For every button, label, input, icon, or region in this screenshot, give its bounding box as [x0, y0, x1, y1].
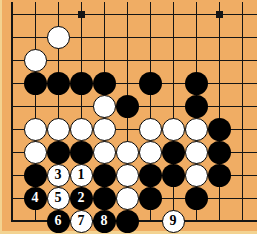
move-5-stone-white-c3r9: 5	[47, 187, 70, 210]
stone-white-c4r6	[70, 118, 93, 141]
stone-black-c3r7	[47, 141, 70, 164]
stone-white-c8r6	[162, 118, 185, 141]
move-number-label: 4	[32, 191, 39, 205]
stone-black-c9r4	[185, 72, 208, 95]
grid-vline-8	[173, 2, 174, 222]
move-6-stone-black-c3r10: 6	[47, 210, 70, 233]
move-number-label: 3	[55, 168, 62, 182]
left-edge-highlight	[0, 0, 2, 234]
stone-white-c2r7	[24, 141, 47, 164]
move-2-stone-black-c4r9: 2	[70, 187, 93, 210]
move-number-label: 5	[55, 191, 62, 205]
stone-white-c3r6	[47, 118, 70, 141]
move-number-label: 1	[78, 168, 85, 182]
move-8-stone-black-c5r10: 8	[93, 210, 116, 233]
stone-black-c10r7	[208, 141, 231, 164]
move-number-label: 7	[78, 214, 85, 228]
move-number-label: 8	[101, 214, 108, 228]
stone-black-c6r10	[116, 210, 139, 233]
star-point	[78, 11, 85, 18]
stone-white-c6r9	[116, 187, 139, 210]
stone-white-c2r6	[24, 118, 47, 141]
stone-black-c4r4	[70, 72, 93, 95]
grid-vline-10	[219, 2, 220, 222]
stone-black-c5r9	[93, 187, 116, 210]
stone-black-c3r4	[47, 72, 70, 95]
stone-black-c4r7	[70, 141, 93, 164]
stone-white-c9r8	[185, 164, 208, 187]
stone-black-c8r7	[162, 141, 185, 164]
stone-white-c5r6	[93, 118, 116, 141]
stone-white-c6r8	[116, 164, 139, 187]
stone-black-c9r5	[185, 95, 208, 118]
stone-white-c6r7	[116, 141, 139, 164]
stone-white-c3r2	[47, 26, 70, 49]
move-3-stone-white-c3r8: 3	[47, 164, 70, 187]
stone-black-c9r9	[185, 187, 208, 210]
move-4-stone-black-c2r9: 4	[24, 187, 47, 210]
grid-vline-11	[242, 2, 243, 222]
stone-black-c2r4	[24, 72, 47, 95]
stone-black-c10r8	[208, 164, 231, 187]
stone-black-c7r4	[139, 72, 162, 95]
move-7-stone-white-c4r10: 7	[70, 210, 93, 233]
stone-white-c5r5	[93, 95, 116, 118]
stone-black-c10r6	[208, 118, 231, 141]
move-number-label: 6	[55, 214, 62, 228]
move-9-stone-white-c8r10: 9	[162, 210, 185, 233]
stone-black-c7r8	[139, 164, 162, 187]
move-number-label: 2	[78, 191, 85, 205]
stone-black-c2r8	[24, 164, 47, 187]
stone-black-c5r8	[93, 164, 116, 187]
move-number-label: 9	[170, 214, 177, 228]
move-1-stone-white-c4r8: 1	[70, 164, 93, 187]
star-point	[216, 11, 223, 18]
stone-black-c5r4	[93, 72, 116, 95]
stone-black-c6r5	[116, 95, 139, 118]
stone-white-c2r3	[24, 49, 47, 72]
stone-white-c5r7	[93, 141, 116, 164]
go-diagram: 314526789	[0, 0, 257, 234]
stone-white-c9r6	[185, 118, 208, 141]
grid-vline-1	[11, 2, 13, 222]
stone-white-c7r6	[139, 118, 162, 141]
grid-hline-3	[11, 60, 257, 61]
stone-white-c7r7	[139, 141, 162, 164]
stone-black-c8r8	[162, 164, 185, 187]
stone-black-c7r9	[139, 187, 162, 210]
stone-white-c9r7	[185, 141, 208, 164]
